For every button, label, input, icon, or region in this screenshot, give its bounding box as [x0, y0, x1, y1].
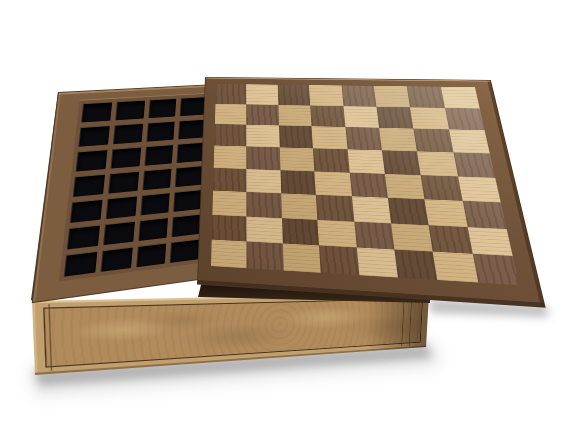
board-square: [382, 150, 421, 175]
board-square: [343, 106, 379, 128]
board-square: [279, 126, 313, 149]
board-square: [421, 175, 463, 201]
board-square: [281, 193, 317, 219]
board-square: [391, 223, 433, 252]
board-square: [429, 225, 473, 254]
board-square: [445, 108, 485, 131]
board-square: [278, 105, 311, 127]
board-square: [356, 248, 397, 278]
board-square: [425, 199, 468, 227]
board-square: [376, 106, 413, 128]
board-square: [467, 227, 512, 256]
board-square: [213, 168, 247, 192]
board-square: [247, 104, 279, 125]
board-square: [433, 252, 478, 283]
board-square: [313, 148, 349, 172]
board-square: [282, 218, 319, 246]
board-square: [247, 216, 283, 243]
board-square: [449, 130, 490, 154]
board-square: [417, 151, 458, 176]
board-square: [394, 250, 437, 280]
board-square: [247, 84, 279, 104]
board-square: [215, 84, 246, 104]
board-square: [354, 221, 394, 249]
board-square: [212, 191, 246, 217]
board-square: [345, 127, 382, 150]
board-square: [247, 242, 284, 271]
board-square: [374, 86, 410, 107]
board-square: [314, 171, 351, 196]
chess-box-photo: [0, 0, 570, 428]
board-square: [410, 107, 449, 129]
board-square: [278, 85, 311, 106]
board-square: [247, 192, 282, 218]
board-square: [309, 85, 343, 106]
board-square: [407, 86, 445, 107]
board-square: [347, 149, 385, 173]
board-square: [280, 147, 315, 171]
board-square: [441, 87, 480, 109]
board-square: [214, 124, 246, 146]
board-square: [211, 240, 247, 268]
board-square: [215, 104, 247, 125]
board-square: [310, 105, 345, 127]
board-square: [212, 215, 247, 242]
board-square: [458, 176, 501, 202]
board-square: [388, 198, 429, 225]
board-square: [453, 152, 495, 177]
board-square: [319, 246, 359, 275]
board-square: [312, 126, 347, 149]
board-square: [462, 201, 506, 229]
board-square: [214, 145, 247, 168]
board-square: [247, 125, 280, 147]
board-square: [352, 196, 391, 223]
chessboard: [197, 77, 546, 308]
board-grid: [211, 84, 519, 285]
board-square: [247, 146, 281, 170]
board-square: [379, 128, 417, 151]
board-square: [316, 195, 354, 222]
board-square: [317, 220, 356, 248]
board-square: [385, 174, 425, 200]
board-square: [283, 244, 321, 273]
board-square: [280, 170, 316, 195]
board-square: [414, 129, 454, 153]
board-square: [341, 85, 376, 106]
board-square: [349, 172, 388, 198]
board-square: [247, 169, 281, 194]
board-square: [472, 254, 519, 285]
